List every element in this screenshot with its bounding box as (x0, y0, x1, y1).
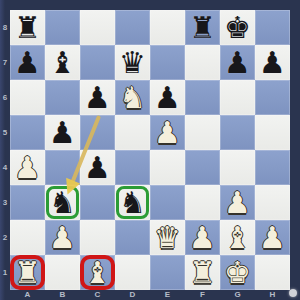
square-b3[interactable]: ♞ (45, 185, 80, 220)
square-d3[interactable]: ♞ (115, 185, 150, 220)
square-e8[interactable] (150, 10, 185, 45)
rank-label-3: 3 (0, 185, 10, 220)
white-king[interactable]: ♚ (220, 255, 255, 290)
square-c1[interactable]: ♝ (80, 255, 115, 290)
square-e7[interactable] (150, 45, 185, 80)
square-g5[interactable] (220, 115, 255, 150)
file-label-e: E (150, 290, 185, 300)
black-bishop[interactable]: ♝ (45, 45, 80, 80)
square-e2[interactable]: ♛ (150, 220, 185, 255)
square-d2[interactable] (115, 220, 150, 255)
square-f7[interactable] (185, 45, 220, 80)
corner-dot-handle[interactable] (289, 289, 297, 297)
square-e4[interactable] (150, 150, 185, 185)
square-h6[interactable] (255, 80, 290, 115)
rank-label-1: 1 (0, 255, 10, 290)
file-label-d: D (115, 290, 150, 300)
white-queen[interactable]: ♛ (150, 220, 185, 255)
file-label-b: B (45, 290, 80, 300)
square-c3[interactable] (80, 185, 115, 220)
square-d5[interactable] (115, 115, 150, 150)
white-pawn[interactable]: ♟ (45, 220, 80, 255)
square-a2[interactable] (10, 220, 45, 255)
white-pawn[interactable]: ♟ (150, 115, 185, 150)
square-c4[interactable]: ♟ (80, 150, 115, 185)
square-b7[interactable]: ♝ (45, 45, 80, 80)
square-a7[interactable]: ♟ (10, 45, 45, 80)
black-knight[interactable]: ♞ (115, 185, 150, 220)
square-d7[interactable]: ♛ (115, 45, 150, 80)
file-label-f: F (185, 290, 220, 300)
rank-label-4: 4 (0, 150, 10, 185)
square-a8[interactable]: ♜ (10, 10, 45, 45)
square-b1[interactable] (45, 255, 80, 290)
square-f2[interactable]: ♟ (185, 220, 220, 255)
white-knight[interactable]: ♞ (115, 80, 150, 115)
square-d1[interactable] (115, 255, 150, 290)
square-h8[interactable] (255, 10, 290, 45)
square-c6[interactable]: ♟ (80, 80, 115, 115)
square-d8[interactable] (115, 10, 150, 45)
white-pawn[interactable]: ♟ (255, 220, 290, 255)
square-c5[interactable] (80, 115, 115, 150)
square-a3[interactable] (10, 185, 45, 220)
square-f5[interactable] (185, 115, 220, 150)
black-pawn[interactable]: ♟ (220, 45, 255, 80)
rank-label-8: 8 (0, 10, 10, 45)
black-rook[interactable]: ♜ (185, 10, 220, 45)
square-f8[interactable]: ♜ (185, 10, 220, 45)
white-pawn[interactable]: ♟ (220, 185, 255, 220)
file-label-a: A (10, 290, 45, 300)
square-a4[interactable]: ♟ (10, 150, 45, 185)
square-e5[interactable]: ♟ (150, 115, 185, 150)
square-h3[interactable] (255, 185, 290, 220)
square-b2[interactable]: ♟ (45, 220, 80, 255)
square-e3[interactable] (150, 185, 185, 220)
square-f1[interactable]: ♜ (185, 255, 220, 290)
square-e6[interactable]: ♟ (150, 80, 185, 115)
black-pawn[interactable]: ♟ (150, 80, 185, 115)
square-d4[interactable] (115, 150, 150, 185)
square-h2[interactable]: ♟ (255, 220, 290, 255)
square-g1[interactable]: ♚ (220, 255, 255, 290)
square-b5[interactable]: ♟ (45, 115, 80, 150)
square-g8[interactable]: ♚ (220, 10, 255, 45)
square-g2[interactable]: ♝ (220, 220, 255, 255)
square-a5[interactable] (10, 115, 45, 150)
square-b4[interactable] (45, 150, 80, 185)
black-king[interactable]: ♚ (220, 10, 255, 45)
square-c7[interactable] (80, 45, 115, 80)
chess-board: ♜♜♚♟♝♛♟♟♟♞♟♟♟♟♟♞♞♟♟♛♟♝♟♜♝♜♚ (10, 10, 290, 290)
white-rook[interactable]: ♜ (10, 255, 45, 290)
file-label-g: G (220, 290, 255, 300)
square-f4[interactable] (185, 150, 220, 185)
white-bishop[interactable]: ♝ (220, 220, 255, 255)
square-f6[interactable] (185, 80, 220, 115)
square-c8[interactable] (80, 10, 115, 45)
square-b6[interactable] (45, 80, 80, 115)
square-c2[interactable] (80, 220, 115, 255)
square-f3[interactable] (185, 185, 220, 220)
square-g3[interactable]: ♟ (220, 185, 255, 220)
square-d6[interactable]: ♞ (115, 80, 150, 115)
square-b8[interactable] (45, 10, 80, 45)
square-g7[interactable]: ♟ (220, 45, 255, 80)
black-pawn[interactable]: ♟ (255, 45, 290, 80)
file-label-h: H (255, 290, 290, 300)
file-label-c: C (80, 290, 115, 300)
black-pawn[interactable]: ♟ (80, 150, 115, 185)
square-a6[interactable] (10, 80, 45, 115)
black-pawn[interactable]: ♟ (10, 45, 45, 80)
black-pawn[interactable]: ♟ (45, 115, 80, 150)
white-rook[interactable]: ♜ (185, 255, 220, 290)
rank-label-2: 2 (0, 220, 10, 255)
square-a1[interactable]: ♜ (10, 255, 45, 290)
square-h4[interactable] (255, 150, 290, 185)
square-h7[interactable]: ♟ (255, 45, 290, 80)
black-pawn[interactable]: ♟ (80, 80, 115, 115)
square-g4[interactable] (220, 150, 255, 185)
black-knight[interactable]: ♞ (45, 185, 80, 220)
black-queen[interactable]: ♛ (115, 45, 150, 80)
chess-board-panel: ♜♜♚♟♝♛♟♟♟♞♟♟♟♟♟♞♞♟♟♛♟♝♟♜♝♜♚ 12345678 ABC… (0, 0, 300, 300)
white-pawn[interactable]: ♟ (185, 220, 220, 255)
square-e1[interactable] (150, 255, 185, 290)
rank-label-6: 6 (0, 80, 10, 115)
rank-label-7: 7 (0, 45, 10, 80)
square-h1[interactable] (255, 255, 290, 290)
black-rook[interactable]: ♜ (10, 10, 45, 45)
square-g6[interactable] (220, 80, 255, 115)
rank-label-5: 5 (0, 115, 10, 150)
white-bishop[interactable]: ♝ (80, 255, 115, 290)
square-h5[interactable] (255, 115, 290, 150)
white-pawn[interactable]: ♟ (10, 150, 45, 185)
